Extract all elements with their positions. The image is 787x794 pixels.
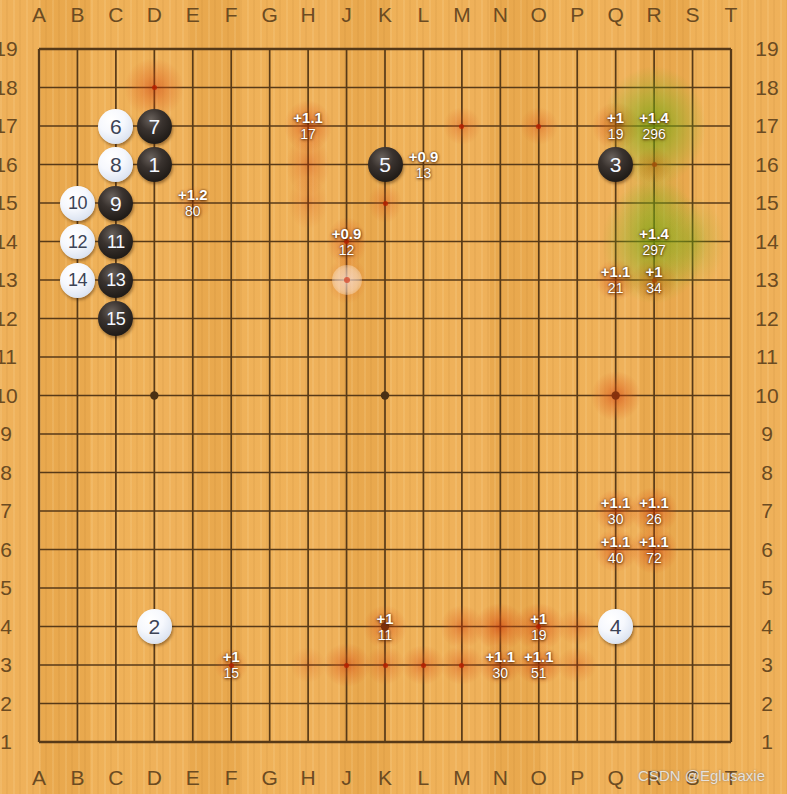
col-label-top-L: L: [418, 3, 430, 27]
col-label-bottom-K: K: [378, 766, 392, 790]
col-label-bottom-C: C: [108, 766, 123, 790]
row-label-left-1: 1: [0, 730, 12, 754]
col-label-bottom-L: L: [418, 766, 430, 790]
row-label-right-13: 13: [755, 268, 778, 292]
row-label-right-17: 17: [755, 114, 778, 138]
col-label-top-R: R: [647, 3, 662, 27]
col-label-bottom-M: M: [453, 766, 471, 790]
row-label-right-11: 11: [756, 345, 778, 369]
row-label-left-8: 8: [0, 461, 12, 485]
row-label-right-7: 7: [761, 499, 773, 523]
col-label-bottom-F: F: [225, 766, 238, 790]
col-label-top-H: H: [301, 3, 316, 27]
col-label-bottom-A: A: [32, 766, 46, 790]
row-label-left-2: 2: [0, 692, 12, 716]
row-label-left-10: 10: [0, 384, 18, 408]
col-label-bottom-B: B: [70, 766, 84, 790]
row-label-left-4: 4: [0, 615, 12, 639]
row-label-left-9: 9: [0, 422, 12, 446]
row-label-left-13: 13: [0, 268, 18, 292]
row-label-left-18: 18: [0, 76, 18, 100]
col-label-top-Q: Q: [607, 3, 623, 27]
row-label-right-6: 6: [761, 538, 773, 562]
col-label-bottom-P: P: [570, 766, 584, 790]
col-label-bottom-J: J: [341, 766, 352, 790]
row-label-left-3: 3: [0, 653, 12, 677]
col-label-bottom-Q: Q: [607, 766, 623, 790]
row-label-right-19: 19: [755, 37, 778, 61]
coordinate-labels-layer: AABBCCDDEEFFGGHHJJKKLLMMNNOOPPQQRRSSTT19…: [0, 0, 787, 794]
watermark: CSDN @Eglusaxie: [638, 767, 765, 784]
col-label-top-B: B: [70, 3, 84, 27]
row-label-right-16: 16: [755, 153, 778, 177]
col-label-top-M: M: [453, 3, 471, 27]
row-label-right-4: 4: [761, 615, 773, 639]
col-label-top-F: F: [225, 3, 238, 27]
row-label-right-8: 8: [761, 461, 773, 485]
row-label-right-5: 5: [761, 576, 773, 600]
row-label-right-3: 3: [761, 653, 773, 677]
row-label-right-9: 9: [761, 422, 773, 446]
col-label-bottom-O: O: [531, 766, 547, 790]
row-label-right-15: 15: [755, 191, 778, 215]
go-app-screenshot: 123456789101112131415 +1.117+1.280+0.913…: [0, 0, 787, 794]
col-label-top-P: P: [570, 3, 584, 27]
row-label-right-1: 1: [761, 730, 773, 754]
col-label-bottom-G: G: [261, 766, 277, 790]
row-label-left-17: 17: [0, 114, 18, 138]
row-label-right-14: 14: [755, 230, 778, 254]
col-label-top-E: E: [186, 3, 200, 27]
row-label-right-10: 10: [755, 384, 778, 408]
col-label-top-J: J: [341, 3, 352, 27]
row-label-left-11: 11: [0, 345, 17, 369]
row-label-left-5: 5: [0, 576, 12, 600]
row-label-left-6: 6: [0, 538, 12, 562]
col-label-top-T: T: [725, 3, 738, 27]
col-label-bottom-E: E: [186, 766, 200, 790]
col-label-top-G: G: [261, 3, 277, 27]
row-label-left-16: 16: [0, 153, 18, 177]
row-label-left-15: 15: [0, 191, 18, 215]
row-label-left-19: 19: [0, 37, 18, 61]
col-label-top-O: O: [531, 3, 547, 27]
col-label-top-C: C: [108, 3, 123, 27]
col-label-bottom-N: N: [493, 766, 508, 790]
row-label-right-18: 18: [755, 76, 778, 100]
row-label-left-7: 7: [0, 499, 12, 523]
col-label-top-S: S: [686, 3, 700, 27]
row-label-right-12: 12: [755, 307, 778, 331]
col-label-top-K: K: [378, 3, 392, 27]
col-label-top-N: N: [493, 3, 508, 27]
col-label-bottom-H: H: [301, 766, 316, 790]
row-label-left-12: 12: [0, 307, 18, 331]
col-label-top-D: D: [147, 3, 162, 27]
col-label-bottom-D: D: [147, 766, 162, 790]
col-label-top-A: A: [32, 3, 46, 27]
row-label-right-2: 2: [761, 692, 773, 716]
row-label-left-14: 14: [0, 230, 18, 254]
